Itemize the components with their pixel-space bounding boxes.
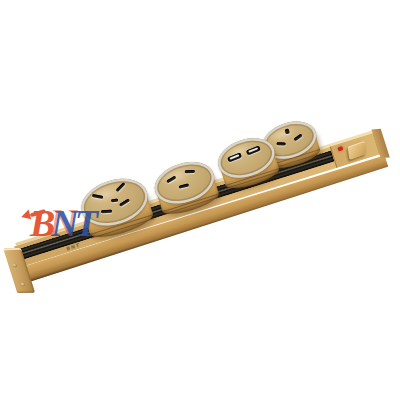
pin-slot (293, 133, 302, 140)
power-indicator-led (337, 146, 343, 151)
pin-slot (115, 182, 125, 192)
power-rocker-switch (348, 140, 367, 159)
usb-port (227, 153, 242, 163)
pin-slot (119, 199, 130, 208)
watermark-letter: N (51, 202, 74, 244)
screw-icon (12, 263, 17, 267)
product-photo: BNT (0, 0, 400, 400)
watermark-letter: T (75, 202, 94, 244)
pin-slot (101, 209, 112, 213)
pin-slot (179, 184, 189, 189)
pin-slot (92, 194, 103, 199)
usb-port (246, 146, 261, 156)
pin-slot (111, 198, 119, 202)
screw-icon (20, 282, 25, 286)
pin-slot (185, 170, 195, 174)
brand-watermark: BNT (30, 204, 94, 242)
pin-slot (277, 143, 286, 146)
pin-slot (284, 129, 289, 135)
pin-slot (166, 176, 176, 184)
